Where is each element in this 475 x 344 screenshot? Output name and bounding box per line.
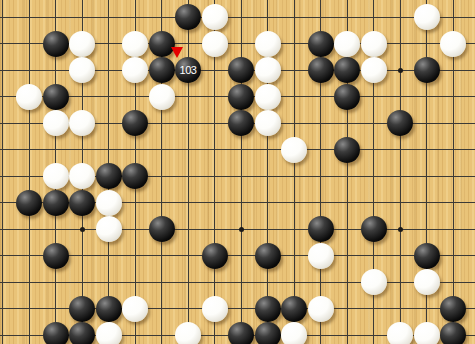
black-stone[interactable] [414,57,440,83]
grid-line-horizontal [0,255,475,256]
white-stone[interactable] [414,4,440,30]
white-stone[interactable] [361,31,387,57]
white-stone[interactable] [281,137,307,163]
white-stone[interactable] [387,322,413,344]
white-stone[interactable] [255,84,281,110]
white-stone[interactable] [69,163,95,189]
black-stone[interactable] [122,163,148,189]
black-stone[interactable] [43,322,69,344]
black-stone[interactable]: 103 [175,57,201,83]
black-stone[interactable] [149,216,175,242]
black-stone[interactable] [228,322,254,344]
black-stone[interactable] [122,110,148,136]
black-stone[interactable] [69,322,95,344]
white-stone[interactable] [414,322,440,344]
white-stone[interactable] [69,110,95,136]
black-stone[interactable] [43,190,69,216]
black-stone[interactable] [255,243,281,269]
go-board[interactable]: 103 [0,0,475,344]
black-stone[interactable] [43,31,69,57]
black-stone[interactable] [334,137,360,163]
white-stone[interactable] [255,57,281,83]
white-stone[interactable] [122,31,148,57]
black-stone[interactable] [175,4,201,30]
white-stone[interactable] [122,296,148,322]
white-stone[interactable] [96,322,122,344]
black-stone[interactable] [387,110,413,136]
grid-line-vertical [400,0,401,344]
white-stone[interactable] [255,110,281,136]
white-stone[interactable] [361,57,387,83]
black-stone[interactable] [414,243,440,269]
black-stone[interactable] [440,296,466,322]
black-stone[interactable] [96,296,122,322]
grid-line-horizontal [0,17,475,18]
black-stone[interactable] [43,243,69,269]
white-stone[interactable] [149,84,175,110]
white-stone[interactable] [202,296,228,322]
white-stone[interactable] [334,31,360,57]
black-stone[interactable] [334,84,360,110]
white-stone[interactable] [96,216,122,242]
hoshi-star-point [398,227,403,232]
black-stone[interactable] [361,216,387,242]
white-stone[interactable] [255,31,281,57]
white-stone[interactable] [308,243,334,269]
black-stone[interactable] [440,322,466,344]
grid-line-horizontal [0,282,475,283]
white-stone[interactable] [16,84,42,110]
white-stone[interactable] [414,269,440,295]
white-stone[interactable] [308,296,334,322]
white-stone[interactable] [202,4,228,30]
white-stone[interactable] [202,31,228,57]
black-stone[interactable] [308,31,334,57]
white-stone[interactable] [281,322,307,344]
grid-line-horizontal [0,149,475,150]
black-stone[interactable] [228,110,254,136]
grid-line-vertical [294,0,295,344]
black-stone[interactable] [96,163,122,189]
black-stone[interactable] [43,84,69,110]
white-stone[interactable] [440,31,466,57]
white-stone[interactable] [43,110,69,136]
white-stone[interactable] [69,57,95,83]
grid-line-vertical [188,0,189,344]
hoshi-star-point [398,68,403,73]
black-stone[interactable] [308,216,334,242]
black-stone[interactable] [228,57,254,83]
black-stone[interactable] [308,57,334,83]
black-stone[interactable] [69,190,95,216]
black-stone[interactable] [69,296,95,322]
white-stone[interactable] [96,190,122,216]
black-stone[interactable] [228,84,254,110]
white-stone[interactable] [43,163,69,189]
grid-line-vertical [2,0,3,344]
black-stone[interactable] [149,57,175,83]
grid-line-vertical [241,0,242,344]
grid-line-horizontal [0,229,475,230]
black-stone[interactable] [255,322,281,344]
black-stone[interactable] [255,296,281,322]
white-stone[interactable] [175,322,201,344]
white-stone[interactable] [69,31,95,57]
hoshi-star-point [239,227,244,232]
last-move-number: 103 [175,57,201,83]
white-stone[interactable] [361,269,387,295]
hoshi-star-point [80,227,85,232]
black-stone[interactable] [334,57,360,83]
black-stone[interactable] [202,243,228,269]
grid-line-vertical [29,0,30,344]
black-stone[interactable] [281,296,307,322]
white-stone[interactable] [122,57,148,83]
black-stone[interactable] [16,190,42,216]
